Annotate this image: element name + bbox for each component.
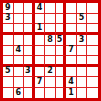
sudoku-board: 94351853475327461 bbox=[0, 0, 101, 101]
cell-r7c3[interactable]: 3 bbox=[24, 67, 35, 78]
cell-r1c8[interactable] bbox=[77, 3, 88, 14]
cell-r4c8[interactable]: 3 bbox=[77, 35, 88, 46]
cell-r9c5[interactable] bbox=[45, 88, 56, 99]
cell-r9c8[interactable] bbox=[77, 88, 88, 99]
cell-r8c7[interactable]: 4 bbox=[66, 77, 77, 88]
cell-r3c3[interactable] bbox=[24, 24, 35, 35]
cell-r6c4[interactable] bbox=[35, 56, 46, 67]
cell-r9c4[interactable] bbox=[35, 88, 46, 99]
cell-r3c2[interactable] bbox=[14, 24, 25, 35]
cell-r3c6[interactable] bbox=[56, 24, 67, 35]
cell-r4c3[interactable] bbox=[24, 35, 35, 46]
cell-r7c2[interactable] bbox=[14, 67, 25, 78]
cell-r1c2[interactable] bbox=[14, 3, 25, 14]
cell-r1c7[interactable] bbox=[66, 3, 77, 14]
cell-r4c7[interactable] bbox=[66, 35, 77, 46]
cell-r6c6[interactable] bbox=[56, 56, 67, 67]
cell-r4c4[interactable] bbox=[35, 35, 46, 46]
cell-r7c4[interactable] bbox=[35, 67, 46, 78]
cell-r8c5[interactable] bbox=[45, 77, 56, 88]
cell-r6c3[interactable] bbox=[24, 56, 35, 67]
cell-r3c9[interactable] bbox=[87, 24, 98, 35]
cell-r7c5[interactable]: 2 bbox=[45, 67, 56, 78]
cell-r2c7[interactable] bbox=[66, 14, 77, 25]
cell-r2c2[interactable] bbox=[14, 14, 25, 25]
cell-r9c9[interactable] bbox=[87, 88, 98, 99]
cell-r8c9[interactable] bbox=[87, 77, 98, 88]
cell-r3c7[interactable] bbox=[66, 24, 77, 35]
cell-r5c5[interactable] bbox=[45, 46, 56, 57]
cell-r4c9[interactable] bbox=[87, 35, 98, 46]
cell-r1c9[interactable] bbox=[87, 3, 98, 14]
cell-r1c3[interactable] bbox=[24, 3, 35, 14]
cell-r9c3[interactable] bbox=[24, 88, 35, 99]
cell-r5c8[interactable] bbox=[77, 46, 88, 57]
cell-r4c5[interactable]: 8 bbox=[45, 35, 56, 46]
cell-r5c4[interactable] bbox=[35, 46, 46, 57]
cell-r9c1[interactable] bbox=[3, 88, 14, 99]
cell-r8c6[interactable] bbox=[56, 77, 67, 88]
cell-r3c4[interactable]: 1 bbox=[35, 24, 46, 35]
cell-r1c4[interactable]: 4 bbox=[35, 3, 46, 14]
cell-r1c1[interactable]: 9 bbox=[3, 3, 14, 14]
cell-r3c5[interactable] bbox=[45, 24, 56, 35]
cell-r7c6[interactable] bbox=[56, 67, 67, 78]
cell-r9c6[interactable] bbox=[56, 88, 67, 99]
cell-r6c5[interactable] bbox=[45, 56, 56, 67]
cell-r9c2[interactable]: 6 bbox=[14, 88, 25, 99]
cell-r6c7[interactable] bbox=[66, 56, 77, 67]
cell-r6c8[interactable] bbox=[77, 56, 88, 67]
cell-r2c8[interactable]: 5 bbox=[77, 14, 88, 25]
cell-r2c1[interactable]: 3 bbox=[3, 14, 14, 25]
cell-r8c3[interactable] bbox=[24, 77, 35, 88]
cell-r4c2[interactable] bbox=[14, 35, 25, 46]
cell-r6c9[interactable] bbox=[87, 56, 98, 67]
cell-r3c1[interactable] bbox=[3, 24, 14, 35]
cell-r5c3[interactable] bbox=[24, 46, 35, 57]
cell-r7c1[interactable]: 5 bbox=[3, 67, 14, 78]
cell-r5c9[interactable] bbox=[87, 46, 98, 57]
cell-r7c9[interactable] bbox=[87, 67, 98, 78]
cell-r2c6[interactable] bbox=[56, 14, 67, 25]
cell-r8c8[interactable] bbox=[77, 77, 88, 88]
cell-r2c5[interactable] bbox=[45, 14, 56, 25]
cell-r1c6[interactable] bbox=[56, 3, 67, 14]
cell-r4c1[interactable] bbox=[3, 35, 14, 46]
cell-r5c1[interactable] bbox=[3, 46, 14, 57]
cell-r7c7[interactable] bbox=[66, 67, 77, 78]
cell-r3c8[interactable] bbox=[77, 24, 88, 35]
cell-r9c7[interactable]: 1 bbox=[66, 88, 77, 99]
cell-r6c2[interactable] bbox=[14, 56, 25, 67]
cell-r8c4[interactable]: 7 bbox=[35, 77, 46, 88]
cell-r5c7[interactable]: 7 bbox=[66, 46, 77, 57]
cell-r5c6[interactable] bbox=[56, 46, 67, 57]
cell-r2c9[interactable] bbox=[87, 14, 98, 25]
cell-r2c3[interactable] bbox=[24, 14, 35, 25]
cell-r1c5[interactable] bbox=[45, 3, 56, 14]
cell-r7c8[interactable] bbox=[77, 67, 88, 78]
cell-r8c2[interactable] bbox=[14, 77, 25, 88]
cell-r4c6[interactable]: 5 bbox=[56, 35, 67, 46]
cell-r5c2[interactable]: 4 bbox=[14, 46, 25, 57]
cell-r8c1[interactable] bbox=[3, 77, 14, 88]
cell-r6c1[interactable] bbox=[3, 56, 14, 67]
